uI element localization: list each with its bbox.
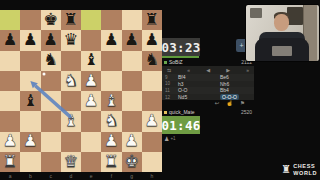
next-move-icon[interactable]: ▶ <box>226 68 230 73</box>
square-a6[interactable] <box>0 51 20 71</box>
streamer-face <box>274 14 289 31</box>
square-c3[interactable] <box>41 111 61 131</box>
move-row: 11O-OBb4 <box>162 87 254 94</box>
square-d6[interactable] <box>61 51 81 71</box>
square-f3[interactable]: ♞ <box>101 111 121 131</box>
square-h1[interactable] <box>142 152 162 172</box>
white-knight-d5[interactable]: ♞ <box>63 73 78 90</box>
square-c6[interactable]: ♞ <box>41 51 61 71</box>
square-g5[interactable] <box>122 71 142 91</box>
black-pawn-b7[interactable]: ♟ <box>23 32 38 49</box>
chess-board: ♚♜♜♟♟♟♛♟♟♟♞♝♞♞♟♝♟♝♝♞♟♟♟♟♟♜♛♜♚ <box>0 10 162 172</box>
square-f2[interactable]: ♟ <box>101 132 121 152</box>
last-move-icon[interactable]: » <box>246 68 249 73</box>
bottom-player-name[interactable]: quick_Mate <box>169 109 195 115</box>
square-e5[interactable]: ♟ <box>81 71 101 91</box>
square-c1[interactable] <box>41 152 61 172</box>
file-coordinates: abcdefgh <box>0 172 162 180</box>
square-e6[interactable]: ♝ <box>81 51 101 71</box>
streamer-webcam <box>245 4 320 62</box>
top-player-clock: 03:23 <box>162 38 200 56</box>
white-move[interactable]: O-O <box>178 87 220 93</box>
white-bishop-d3[interactable]: ♝ <box>63 113 78 130</box>
black-pawn-f7[interactable]: ♟ <box>104 32 119 49</box>
move-playback-controls: ⇆«◀▶» <box>162 66 254 74</box>
square-f6[interactable] <box>101 51 121 71</box>
square-a7[interactable]: ♟ <box>0 30 20 50</box>
prev-move-icon[interactable]: ◀ <box>206 68 210 73</box>
square-b7[interactable]: ♟ <box>20 30 40 50</box>
move-number: 10 <box>165 81 178 86</box>
square-f8[interactable] <box>101 10 121 30</box>
black-pawn-a7[interactable]: ♟ <box>3 32 18 49</box>
square-c2[interactable] <box>41 132 61 152</box>
black-bishop-b4[interactable]: ♝ <box>23 93 38 110</box>
game-action-buttons: ↩☝⚑ <box>162 100 254 108</box>
white-rook-a1[interactable]: ♜ <box>3 154 18 171</box>
square-e7[interactable] <box>81 30 101 50</box>
black-rook-h8[interactable]: ♜ <box>144 12 159 29</box>
shirt-graphic <box>272 46 292 56</box>
white-king-g1[interactable]: ♚ <box>124 154 139 171</box>
square-a1[interactable]: ♜ <box>0 152 20 172</box>
square-g7[interactable]: ♟ <box>122 30 142 50</box>
bottom-player-clock: 01:46 <box>162 116 200 134</box>
square-d1[interactable]: ♛ <box>61 152 81 172</box>
square-d3[interactable]: ♝ <box>61 111 81 131</box>
material-advantage: ♟ +1 <box>164 135 176 142</box>
game-panel: 03:23 SoBiZ 2112 ⇆«◀▶» 9Bf4Be610h3Nh611O… <box>162 0 254 180</box>
white-move[interactable]: Bf4 <box>178 74 220 80</box>
background-shelf <box>287 7 303 25</box>
resign-flag-icon[interactable]: ⚑ <box>240 101 245 107</box>
black-queen-d7[interactable]: ♛ <box>63 32 78 49</box>
move-number: 12 <box>165 95 178 100</box>
square-f1[interactable]: ♜ <box>101 152 121 172</box>
black-move[interactable]: Nh6 <box>220 81 254 87</box>
square-c7[interactable]: ♟ <box>41 30 61 50</box>
black-pawn-h7[interactable]: ♟ <box>144 32 159 49</box>
square-a3[interactable] <box>0 111 20 131</box>
white-pawn-b2[interactable]: ♟ <box>23 133 38 150</box>
wall-object <box>250 8 262 18</box>
top-player-row[interactable]: SoBiZ 2112 <box>162 58 254 66</box>
stream-frame: ♚♜♜♟♟♟♛♟♟♟♞♝♞♞♟♝♟♝♝♞♟♟♟♟♟♜♛♜♚ abcdefgh 0… <box>0 0 320 180</box>
rook-emblem-icon: ♜ <box>281 164 291 175</box>
square-h7[interactable]: ♟ <box>142 30 162 50</box>
square-b2[interactable]: ♟ <box>20 132 40 152</box>
file-label-h: h <box>142 172 162 180</box>
square-g1[interactable]: ♚ <box>122 152 142 172</box>
square-h3[interactable]: ♟ <box>142 111 162 131</box>
square-b3[interactable] <box>20 111 40 131</box>
square-a2[interactable]: ♟ <box>0 132 20 152</box>
file-label-g: g <box>122 172 142 180</box>
flip-board-icon[interactable]: ⇆ <box>167 68 171 73</box>
move-row: 10h3Nh6 <box>162 81 254 88</box>
white-pawn-a2[interactable]: ♟ <box>3 133 18 150</box>
black-pawn-c7[interactable]: ♟ <box>43 32 58 49</box>
logo-text-line2: WORLD <box>293 170 317 176</box>
square-c5[interactable] <box>41 71 61 91</box>
square-g3[interactable] <box>122 111 142 131</box>
black-knight-c6[interactable]: ♞ <box>43 52 58 69</box>
square-g8[interactable] <box>122 10 142 30</box>
square-f4[interactable]: ♝ <box>101 91 121 111</box>
square-g2[interactable]: ♟ <box>122 132 142 152</box>
white-queen-d1[interactable]: ♛ <box>63 154 78 171</box>
bottom-player-row[interactable]: quick_Mate 2520 <box>162 108 254 116</box>
square-e8[interactable] <box>81 10 101 30</box>
square-b5[interactable] <box>20 71 40 91</box>
white-knight-f3[interactable]: ♞ <box>104 113 119 130</box>
square-d8[interactable]: ♜ <box>61 10 81 30</box>
square-b4[interactable]: ♝ <box>20 91 40 111</box>
square-h6[interactable]: ♞ <box>142 51 162 71</box>
material-advantage-value: +1 <box>170 136 175 141</box>
white-move[interactable]: h3 <box>178 81 220 87</box>
square-a5[interactable] <box>0 71 20 91</box>
square-f7[interactable]: ♟ <box>101 30 121 50</box>
file-label-c: c <box>41 172 61 180</box>
file-label-e: e <box>81 172 101 180</box>
move-list: 9Bf4Be610h3Nh611O-OBb412Nd5O-O-O <box>162 74 254 100</box>
square-f5[interactable] <box>101 71 121 91</box>
white-rook-f1[interactable]: ♜ <box>104 154 119 171</box>
white-pawn-h3[interactable]: ♟ <box>144 113 159 130</box>
black-rook-d8[interactable]: ♜ <box>63 12 78 29</box>
square-a8[interactable] <box>0 10 20 30</box>
square-b6[interactable] <box>20 51 40 71</box>
black-king-c8[interactable]: ♚ <box>43 12 58 29</box>
file-label-b: b <box>20 172 40 180</box>
white-bishop-f4[interactable]: ♝ <box>104 93 119 110</box>
black-knight-h6[interactable]: ♞ <box>144 52 159 69</box>
white-pawn-e4[interactable]: ♟ <box>84 93 99 110</box>
square-c4[interactable] <box>41 91 61 111</box>
square-b8[interactable] <box>20 10 40 30</box>
top-player-name[interactable]: SoBiZ <box>169 59 183 65</box>
black-move[interactable]: Bb4 <box>220 87 254 93</box>
square-e2[interactable] <box>81 132 101 152</box>
square-a4[interactable] <box>0 91 20 111</box>
top-player-color-indicator <box>164 61 167 64</box>
square-e4[interactable]: ♟ <box>81 91 101 111</box>
black-bishop-e6[interactable]: ♝ <box>84 52 99 69</box>
black-move[interactable]: Be6 <box>220 74 254 80</box>
square-e3[interactable] <box>81 111 101 131</box>
square-d2[interactable] <box>61 132 81 152</box>
square-h8[interactable]: ♜ <box>142 10 162 30</box>
square-h5[interactable] <box>142 71 162 91</box>
bottom-player-rating: 2520 <box>241 109 252 115</box>
square-h4[interactable] <box>142 91 162 111</box>
square-h2[interactable] <box>142 132 162 152</box>
file-label-f: f <box>101 172 121 180</box>
square-g6[interactable] <box>122 51 142 71</box>
move-row: 9Bf4Be6 <box>162 74 254 81</box>
bottom-player-color-indicator <box>164 111 167 114</box>
black-pawn-g7[interactable]: ♟ <box>124 32 139 49</box>
white-pawn-f2[interactable]: ♟ <box>104 133 119 150</box>
takeback-icon[interactable]: ↩ <box>215 101 220 107</box>
square-g4[interactable] <box>122 91 142 111</box>
square-d4[interactable] <box>61 91 81 111</box>
first-move-icon[interactable]: « <box>187 68 190 73</box>
black-pawn-icon: ♟ <box>164 136 169 142</box>
file-label-a: a <box>0 172 20 180</box>
square-d7[interactable]: ♛ <box>61 30 81 50</box>
square-b1[interactable] <box>20 152 40 172</box>
draw-offer-icon[interactable]: ☝ <box>226 101 233 107</box>
channel-logo: ♜ CHESS WORLD <box>281 163 317 176</box>
white-pawn-e5[interactable]: ♟ <box>84 73 99 90</box>
white-pawn-g2[interactable]: ♟ <box>124 133 139 150</box>
move-number: 9 <box>165 75 178 80</box>
file-label-d: d <box>61 172 81 180</box>
square-e1[interactable] <box>81 152 101 172</box>
square-d5[interactable]: ♞ <box>61 71 81 91</box>
square-c8[interactable]: ♚ <box>41 10 61 30</box>
move-number: 11 <box>165 88 178 93</box>
